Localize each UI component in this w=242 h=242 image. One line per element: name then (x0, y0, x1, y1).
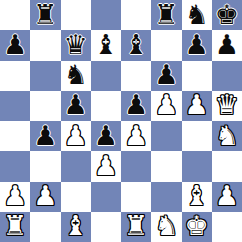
white-pawn: ♟ (3, 182, 27, 209)
square-a1[interactable]: ♜ (0, 212, 30, 242)
square-a4[interactable] (0, 121, 30, 151)
square-e1[interactable]: ♜ (121, 212, 151, 242)
white-pawn: ♟ (185, 91, 209, 118)
square-d4[interactable]: ♟ (91, 121, 121, 151)
square-h5[interactable]: ♛ (212, 91, 242, 121)
white-king: ♚ (185, 212, 209, 239)
square-a7[interactable]: ♟ (0, 30, 30, 60)
square-d2[interactable] (91, 182, 121, 212)
square-a2[interactable]: ♟ (0, 182, 30, 212)
square-c1[interactable]: ♝ (61, 212, 91, 242)
square-b6[interactable] (30, 61, 60, 91)
square-c4[interactable]: ♟ (61, 121, 91, 151)
white-rook: ♜ (3, 212, 27, 239)
chess-board: ♜♜♞♚♟♛♝♝♟♟♞♟♟♟♟♟♛♟♟♟♟♞♟♟♟♝♟♜♝♜♞♚ (0, 0, 242, 242)
square-f7[interactable] (151, 30, 181, 60)
square-h8[interactable]: ♚ (212, 0, 242, 30)
black-king: ♚ (215, 1, 239, 28)
white-pawn: ♟ (94, 152, 118, 179)
black-rook: ♜ (33, 1, 57, 28)
white-queen: ♛ (215, 91, 239, 118)
square-h7[interactable]: ♟ (212, 30, 242, 60)
black-bishop: ♝ (94, 31, 118, 58)
black-pawn: ♟ (64, 91, 88, 118)
black-pawn: ♟ (33, 122, 57, 149)
square-e7[interactable]: ♝ (121, 30, 151, 60)
square-f6[interactable]: ♟ (151, 61, 181, 91)
square-c3[interactable] (61, 151, 91, 181)
white-pawn: ♟ (33, 182, 57, 209)
square-a6[interactable] (0, 61, 30, 91)
square-f2[interactable] (151, 182, 181, 212)
square-b8[interactable]: ♜ (30, 0, 60, 30)
square-d3[interactable]: ♟ (91, 151, 121, 181)
black-rook: ♜ (154, 1, 178, 28)
square-d8[interactable] (91, 0, 121, 30)
square-c8[interactable] (61, 0, 91, 30)
white-knight: ♞ (215, 122, 239, 149)
square-g3[interactable] (182, 151, 212, 181)
white-pawn: ♟ (124, 122, 148, 149)
square-g8[interactable]: ♞ (182, 0, 212, 30)
white-knight: ♞ (154, 212, 178, 239)
square-f4[interactable] (151, 121, 181, 151)
square-h1[interactable] (212, 212, 242, 242)
black-pawn: ♟ (185, 31, 209, 58)
white-pawn: ♟ (154, 91, 178, 118)
square-f1[interactable]: ♞ (151, 212, 181, 242)
square-d6[interactable] (91, 61, 121, 91)
white-bishop: ♝ (64, 212, 88, 239)
square-h6[interactable] (212, 61, 242, 91)
square-g4[interactable] (182, 121, 212, 151)
square-b7[interactable] (30, 30, 60, 60)
square-b2[interactable]: ♟ (30, 182, 60, 212)
square-b4[interactable]: ♟ (30, 121, 60, 151)
square-c2[interactable] (61, 182, 91, 212)
square-b3[interactable] (30, 151, 60, 181)
square-d7[interactable]: ♝ (91, 30, 121, 60)
square-h3[interactable] (212, 151, 242, 181)
square-d5[interactable] (91, 91, 121, 121)
square-g1[interactable]: ♚ (182, 212, 212, 242)
square-g7[interactable]: ♟ (182, 30, 212, 60)
white-pawn: ♟ (215, 182, 239, 209)
square-e2[interactable] (121, 182, 151, 212)
square-d1[interactable] (91, 212, 121, 242)
square-b5[interactable] (30, 91, 60, 121)
black-pawn: ♟ (94, 122, 118, 149)
square-a8[interactable] (0, 0, 30, 30)
black-pawn: ♟ (124, 91, 148, 118)
square-h4[interactable]: ♞ (212, 121, 242, 151)
square-e3[interactable] (121, 151, 151, 181)
square-e5[interactable]: ♟ (121, 91, 151, 121)
square-e6[interactable] (121, 61, 151, 91)
square-c5[interactable]: ♟ (61, 91, 91, 121)
square-g2[interactable]: ♝ (182, 182, 212, 212)
black-knight: ♞ (64, 61, 88, 88)
white-rook: ♜ (124, 212, 148, 239)
square-f8[interactable]: ♜ (151, 0, 181, 30)
square-f3[interactable] (151, 151, 181, 181)
square-a3[interactable] (0, 151, 30, 181)
square-e4[interactable]: ♟ (121, 121, 151, 151)
black-knight: ♞ (185, 1, 209, 28)
white-pawn: ♟ (64, 122, 88, 149)
square-c7[interactable]: ♛ (61, 30, 91, 60)
square-e8[interactable] (121, 0, 151, 30)
square-g6[interactable] (182, 61, 212, 91)
square-f5[interactable]: ♟ (151, 91, 181, 121)
black-queen: ♛ (64, 31, 88, 58)
white-bishop: ♝ (185, 182, 209, 209)
black-pawn: ♟ (3, 31, 27, 58)
square-g5[interactable]: ♟ (182, 91, 212, 121)
square-h2[interactable]: ♟ (212, 182, 242, 212)
black-bishop: ♝ (124, 31, 148, 58)
black-pawn: ♟ (215, 31, 239, 58)
square-a5[interactable] (0, 91, 30, 121)
black-pawn: ♟ (154, 61, 178, 88)
square-b1[interactable] (30, 212, 60, 242)
square-c6[interactable]: ♞ (61, 61, 91, 91)
